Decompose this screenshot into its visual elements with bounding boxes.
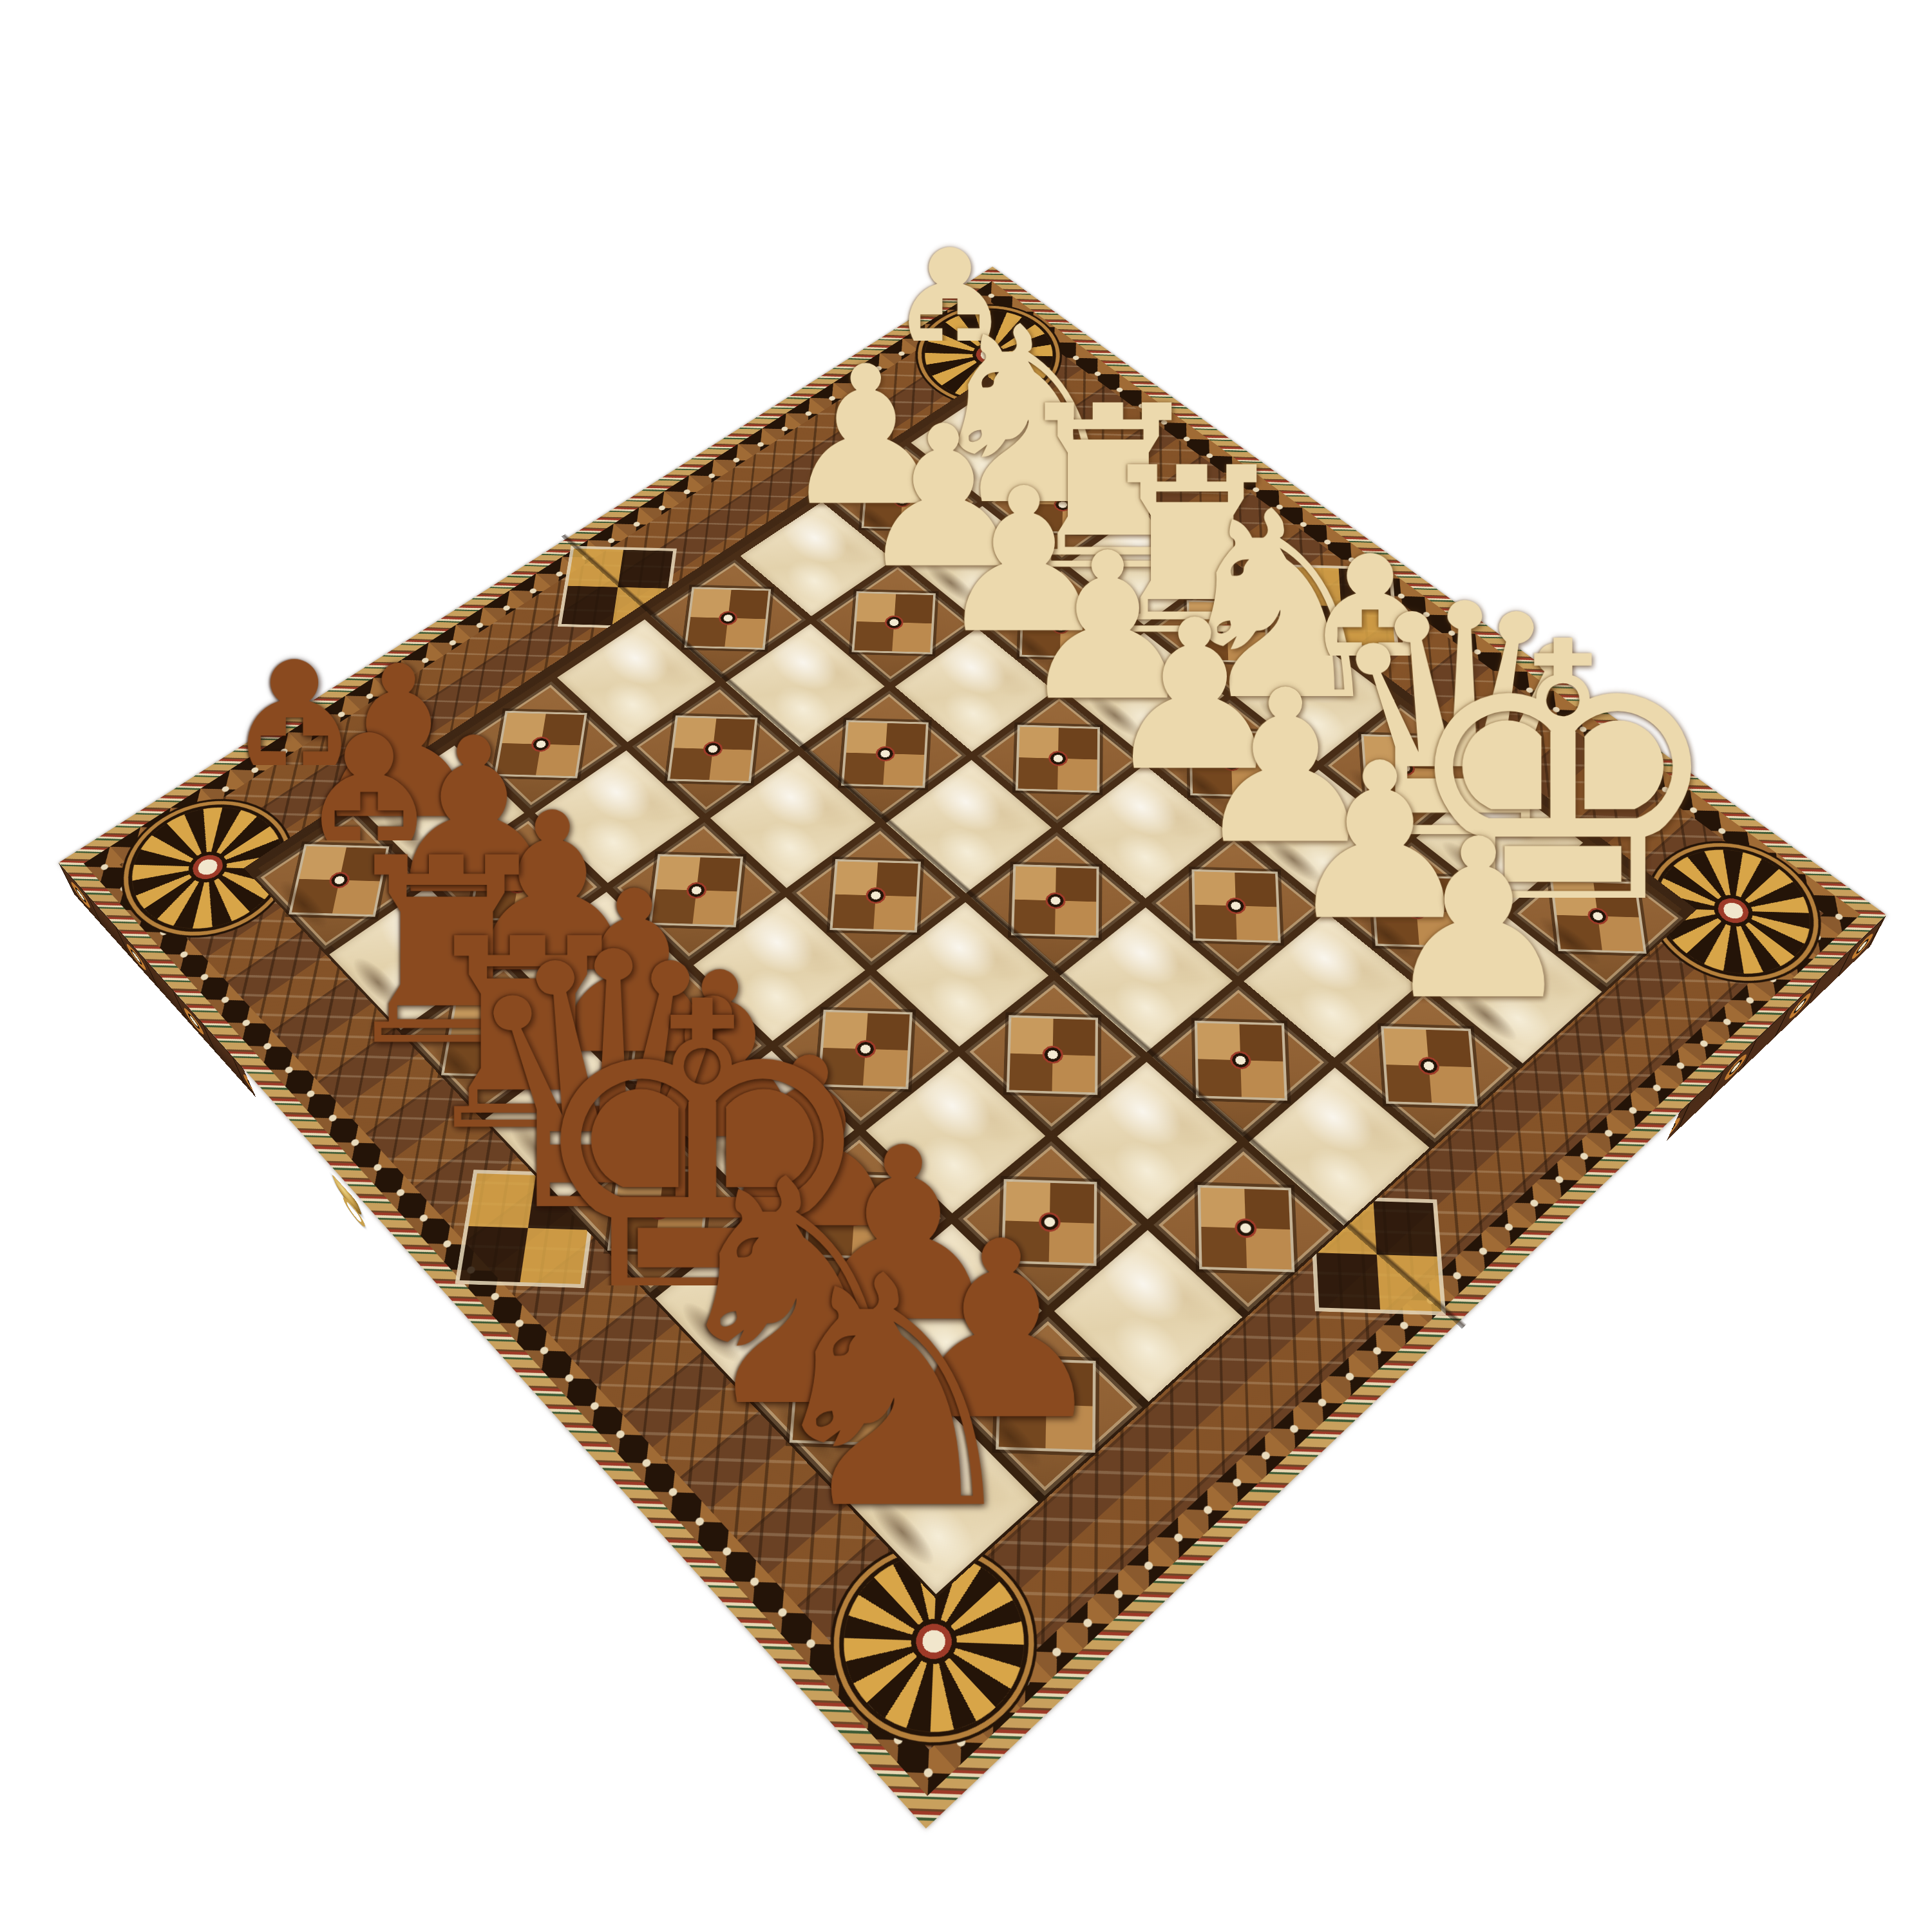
board-top: ♝♞♜♜♞♝♛♚♟♟♟♟♟♟♟♟♟♟♟♟♟♟♟♟♝♝♜♜♛♚♞♞ [59,267,1886,1828]
playing-area: ♝♞♜♜♞♝♛♚♟♟♟♟♟♟♟♟♟♟♟♟♟♟♟♟♝♝♜♜♛♚♞♞ [258,385,1682,1581]
chess-box: ♝♞♜♜♞♝♛♚♟♟♟♟♟♟♟♟♟♟♟♟♟♟♟♟♝♝♜♜♛♚♞♞ [59,267,1886,1828]
scene: ♝♞♜♜♞♝♛♚♟♟♟♟♟♟♟♟♟♟♟♟♟♟♟♟♝♝♜♜♛♚♞♞ [0,0,1932,1932]
cream-pawn-glyph: ♟ [1379,819,1577,1022]
brown-knight-glyph: ♞ [750,1247,1035,1540]
